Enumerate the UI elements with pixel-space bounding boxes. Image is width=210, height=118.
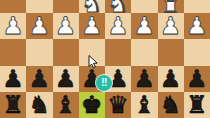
square-r1c6[interactable]: ♟ — [158, 13, 184, 39]
black-queen[interactable]: ♛ — [107, 93, 129, 117]
square-r2c7[interactable] — [184, 39, 210, 65]
square-r4c7[interactable]: ♜ — [184, 92, 210, 118]
black-knight[interactable]: ♞ — [29, 93, 51, 117]
square-r4c5[interactable]: ♝ — [131, 92, 157, 118]
square-r2c2[interactable] — [53, 39, 79, 65]
black-king[interactable]: ♚ — [81, 93, 103, 117]
square-r4c0[interactable]: ♜ — [0, 92, 26, 118]
square-r4c4[interactable]: ♛ — [105, 92, 131, 118]
brilliant-move-badge: !! — [96, 75, 112, 91]
square-r2c6[interactable] — [158, 39, 184, 65]
square-r0c5[interactable] — [131, 0, 157, 13]
square-r0c1[interactable] — [26, 0, 52, 13]
square-r1c1[interactable]: ♟ — [26, 13, 52, 39]
black-pawn[interactable]: ♟ — [134, 67, 156, 91]
square-r3c5[interactable]: ♟ — [131, 66, 157, 92]
square-r4c6[interactable]: ♞ — [158, 92, 184, 118]
square-r3c2[interactable]: ♟ — [53, 66, 79, 92]
white-pawn[interactable]: ♟ — [29, 14, 51, 38]
chessboard-screenshot: ♞♞♜♟♟♟♟♟♟♟♟♟♟♟♟♟♟♟♟♜♞♝♚♛♝♞♜ !! — [0, 0, 210, 118]
square-r1c2[interactable]: ♟ — [53, 13, 79, 39]
black-rook[interactable]: ♜ — [186, 93, 208, 117]
white-pawn[interactable]: ♟ — [186, 14, 208, 38]
black-pawn[interactable]: ♟ — [160, 67, 182, 91]
square-r3c7[interactable]: ♟ — [184, 66, 210, 92]
square-r1c5[interactable]: ♟ — [131, 13, 157, 39]
square-r4c2[interactable]: ♝ — [53, 92, 79, 118]
square-r3c0[interactable]: ♟ — [0, 66, 26, 92]
mouse-cursor-icon — [88, 55, 98, 69]
white-pawn[interactable]: ♟ — [81, 14, 103, 38]
square-r2c4[interactable] — [105, 39, 131, 65]
black-rook[interactable]: ♜ — [2, 93, 24, 117]
square-r1c0[interactable]: ♟ — [0, 13, 26, 39]
square-r4c1[interactable]: ♞ — [26, 92, 52, 118]
square-r2c5[interactable] — [131, 39, 157, 65]
square-r4c3[interactable]: ♚ — [79, 92, 105, 118]
white-pawn[interactable]: ♟ — [55, 14, 77, 38]
square-r0c2[interactable] — [53, 0, 79, 13]
square-r0c6[interactable]: ♜ — [158, 0, 184, 13]
black-bishop[interactable]: ♝ — [55, 93, 77, 117]
square-r3c6[interactable]: ♟ — [158, 66, 184, 92]
black-knight[interactable]: ♞ — [160, 93, 182, 117]
square-r0c3[interactable]: ♞ — [79, 0, 105, 13]
white-pawn[interactable]: ♟ — [160, 14, 182, 38]
black-pawn[interactable]: ♟ — [29, 67, 51, 91]
square-r2c1[interactable] — [26, 39, 52, 65]
square-r0c0[interactable] — [0, 0, 26, 13]
black-pawn[interactable]: ♟ — [55, 67, 77, 91]
black-bishop[interactable]: ♝ — [134, 93, 156, 117]
square-r0c4[interactable]: ♞ — [105, 0, 131, 13]
square-r1c3[interactable]: ♟ — [79, 13, 105, 39]
square-r0c7[interactable] — [184, 0, 210, 13]
square-r1c4[interactable]: ♟ — [105, 13, 131, 39]
white-pawn[interactable]: ♟ — [2, 14, 24, 38]
white-pawn[interactable]: ♟ — [107, 14, 129, 38]
black-pawn[interactable]: ♟ — [186, 67, 208, 91]
white-pawn[interactable]: ♟ — [134, 14, 156, 38]
square-r2c0[interactable] — [0, 39, 26, 65]
chess-board: ♞♞♜♟♟♟♟♟♟♟♟♟♟♟♟♟♟♟♟♜♞♝♚♛♝♞♜ — [0, 0, 210, 118]
square-r1c7[interactable]: ♟ — [184, 13, 210, 39]
black-pawn[interactable]: ♟ — [2, 67, 24, 91]
square-r3c1[interactable]: ♟ — [26, 66, 52, 92]
